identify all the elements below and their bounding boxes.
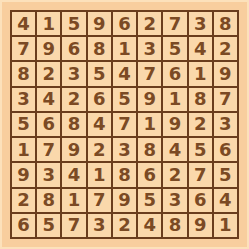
cell-r5c8[interactable]: 2 xyxy=(189,113,212,136)
cell-r1c1[interactable]: 4 xyxy=(12,12,35,35)
cell-r8c5[interactable]: 9 xyxy=(113,189,136,212)
cell-r4c8[interactable]: 8 xyxy=(189,88,212,111)
cell-r5c4[interactable]: 4 xyxy=(88,113,111,136)
cell-r5c5[interactable]: 7 xyxy=(113,113,136,136)
cell-r5c2[interactable]: 6 xyxy=(37,113,60,136)
cell-r6c6[interactable]: 8 xyxy=(138,138,161,161)
cell-r2c1[interactable]: 7 xyxy=(12,37,35,60)
cell-r3c8[interactable]: 1 xyxy=(189,62,212,85)
cell-r9c8[interactable]: 9 xyxy=(189,214,212,237)
cell-r7c9[interactable]: 5 xyxy=(214,163,237,186)
cell-r9c1[interactable]: 6 xyxy=(12,214,35,237)
cell-r8c9[interactable]: 4 xyxy=(214,189,237,212)
cell-r8c7[interactable]: 3 xyxy=(163,189,186,212)
cell-r9c5[interactable]: 2 xyxy=(113,214,136,237)
game-page: 4159627387968135428235476193426591875684… xyxy=(0,0,249,249)
cell-r6c1[interactable]: 1 xyxy=(12,138,35,161)
cell-r2c6[interactable]: 3 xyxy=(138,37,161,60)
cell-r6c3[interactable]: 9 xyxy=(62,138,85,161)
cell-r5c6[interactable]: 1 xyxy=(138,113,161,136)
cell-r2c2[interactable]: 9 xyxy=(37,37,60,60)
cell-r6c4[interactable]: 2 xyxy=(88,138,111,161)
cell-r2c7[interactable]: 5 xyxy=(163,37,186,60)
cell-r7c6[interactable]: 6 xyxy=(138,163,161,186)
cell-r1c4[interactable]: 9 xyxy=(88,12,111,35)
cell-r4c3[interactable]: 2 xyxy=(62,88,85,111)
cell-r2c8[interactable]: 4 xyxy=(189,37,212,60)
cell-r9c3[interactable]: 7 xyxy=(62,214,85,237)
cell-r2c3[interactable]: 6 xyxy=(62,37,85,60)
cell-r1c7[interactable]: 7 xyxy=(163,12,186,35)
cell-r7c7[interactable]: 2 xyxy=(163,163,186,186)
cell-r6c8[interactable]: 5 xyxy=(189,138,212,161)
cell-r2c4[interactable]: 8 xyxy=(88,37,111,60)
cell-r2c5[interactable]: 1 xyxy=(113,37,136,60)
cell-r7c4[interactable]: 1 xyxy=(88,163,111,186)
cell-r9c7[interactable]: 8 xyxy=(163,214,186,237)
cell-r9c4[interactable]: 3 xyxy=(88,214,111,237)
cell-r3c1[interactable]: 8 xyxy=(12,62,35,85)
cell-r9c6[interactable]: 4 xyxy=(138,214,161,237)
cell-r7c3[interactable]: 4 xyxy=(62,163,85,186)
cell-r6c2[interactable]: 7 xyxy=(37,138,60,161)
cell-r3c7[interactable]: 6 xyxy=(163,62,186,85)
cell-r4c7[interactable]: 1 xyxy=(163,88,186,111)
cell-r1c3[interactable]: 5 xyxy=(62,12,85,35)
cell-r1c9[interactable]: 8 xyxy=(214,12,237,35)
cell-r3c9[interactable]: 9 xyxy=(214,62,237,85)
cell-r5c3[interactable]: 8 xyxy=(62,113,85,136)
cell-r3c5[interactable]: 4 xyxy=(113,62,136,85)
cell-r4c1[interactable]: 3 xyxy=(12,88,35,111)
cell-r3c6[interactable]: 7 xyxy=(138,62,161,85)
cell-r4c2[interactable]: 4 xyxy=(37,88,60,111)
cell-r7c2[interactable]: 3 xyxy=(37,163,60,186)
cell-r5c1[interactable]: 5 xyxy=(12,113,35,136)
cell-r7c1[interactable]: 9 xyxy=(12,163,35,186)
cell-r5c7[interactable]: 9 xyxy=(163,113,186,136)
cell-r1c6[interactable]: 2 xyxy=(138,12,161,35)
cell-r1c2[interactable]: 1 xyxy=(37,12,60,35)
cell-r1c5[interactable]: 6 xyxy=(113,12,136,35)
cell-r8c2[interactable]: 8 xyxy=(37,189,60,212)
cell-r2c9[interactable]: 2 xyxy=(214,37,237,60)
cell-r6c9[interactable]: 6 xyxy=(214,138,237,161)
cell-r3c3[interactable]: 3 xyxy=(62,62,85,85)
cell-r9c2[interactable]: 5 xyxy=(37,214,60,237)
sudoku-board: 4159627387968135428235476193426591875684… xyxy=(10,10,239,239)
cell-r7c5[interactable]: 8 xyxy=(113,163,136,186)
cell-r6c7[interactable]: 4 xyxy=(163,138,186,161)
cell-r9c9[interactable]: 1 xyxy=(214,214,237,237)
cell-r4c9[interactable]: 7 xyxy=(214,88,237,111)
cell-r4c6[interactable]: 9 xyxy=(138,88,161,111)
cell-r6c5[interactable]: 3 xyxy=(113,138,136,161)
cell-r7c8[interactable]: 7 xyxy=(189,163,212,186)
cell-r8c8[interactable]: 6 xyxy=(189,189,212,212)
cell-r4c4[interactable]: 6 xyxy=(88,88,111,111)
cell-r8c1[interactable]: 2 xyxy=(12,189,35,212)
cell-r5c9[interactable]: 3 xyxy=(214,113,237,136)
cell-r3c4[interactable]: 5 xyxy=(88,62,111,85)
cell-r1c8[interactable]: 3 xyxy=(189,12,212,35)
cell-r8c4[interactable]: 7 xyxy=(88,189,111,212)
cell-r3c2[interactable]: 2 xyxy=(37,62,60,85)
cell-r8c3[interactable]: 1 xyxy=(62,189,85,212)
cell-r4c5[interactable]: 5 xyxy=(113,88,136,111)
cell-r8c6[interactable]: 5 xyxy=(138,189,161,212)
